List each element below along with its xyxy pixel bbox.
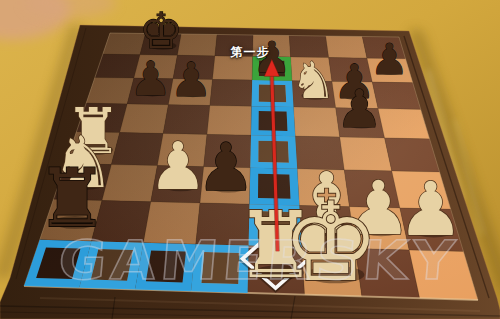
- watermark: GAMERSKY: [56, 229, 462, 292]
- watermark-group: GAMERSKY: [56, 229, 462, 292]
- piece-black-pawn-h7[interactable]: ♟: [370, 35, 408, 84]
- piece-black-pawn-c6[interactable]: ♟: [170, 52, 212, 107]
- scene-svg: ♚♟♟♟♟♞♟♟♜♞♟♟♜♝♟♟♜♚ GAMERSKY: [0, 0, 500, 319]
- piece-black-pawn-g5[interactable]: ♟: [336, 78, 383, 139]
- game-scene: ♚♟♟♟♟♞♟♟♜♞♟♟♜♝♟♟♜♚ GAMERSKY 第一步: [0, 0, 500, 319]
- piece-black-pawn-b6[interactable]: ♟: [130, 51, 172, 106]
- piece-white-knight-f6[interactable]: ♞: [290, 51, 336, 110]
